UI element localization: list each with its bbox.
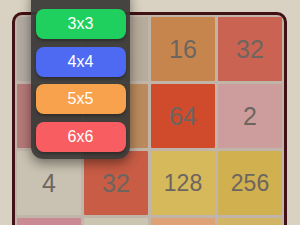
tile-r4c3 — [151, 218, 215, 225]
tile-r1c3: 16 — [151, 17, 215, 81]
tile-r3c4: 256 — [218, 151, 282, 215]
menu-option-6x6[interactable]: 6x6 — [36, 122, 126, 152]
app-viewport: 1632642432128256 3x34x45x56x6 — [0, 0, 300, 225]
grid-size-menu: 3x34x45x56x6 — [31, 0, 130, 159]
menu-option-label: 4x4 — [68, 53, 94, 71]
tile-r3c1: 4 — [17, 151, 81, 215]
tile-r4c2 — [84, 218, 148, 225]
tile-r2c4: 2 — [218, 84, 282, 148]
menu-option-label: 6x6 — [68, 128, 94, 146]
tile-r2c3: 64 — [151, 84, 215, 148]
menu-option-5x5[interactable]: 5x5 — [36, 84, 126, 114]
tile-r3c2: 32 — [84, 151, 148, 215]
tile-r4c1 — [17, 218, 81, 225]
tile-r1c4: 32 — [218, 17, 282, 81]
tile-r3c3: 128 — [151, 151, 215, 215]
menu-option-label: 5x5 — [68, 90, 94, 108]
menu-option-4x4[interactable]: 4x4 — [36, 47, 126, 77]
menu-option-label: 3x3 — [68, 15, 94, 33]
menu-option-3x3[interactable]: 3x3 — [36, 9, 126, 39]
tile-r4c4 — [218, 218, 282, 225]
